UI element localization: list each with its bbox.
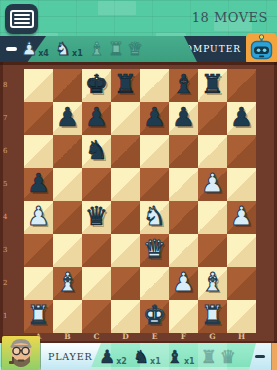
piece-black-pawn[interactable]: ♟ <box>227 102 256 135</box>
player-captured-pieces: ♟x2♞x1♝x1♜♛ <box>99 343 239 370</box>
square-a3[interactable] <box>24 234 53 267</box>
piece-black-pawn[interactable]: ♟ <box>82 102 111 135</box>
piece-black-pawn[interactable]: ♟ <box>169 102 198 135</box>
captured-count: x4 <box>38 49 49 58</box>
player-portrait-icon <box>2 336 40 370</box>
piece-black-pawn[interactable]: ♟ <box>140 102 169 135</box>
square-e7[interactable]: ♟ <box>140 102 169 135</box>
file-label-G: G <box>198 332 227 342</box>
queen-icon: ♛ <box>220 345 236 369</box>
computer-avatar <box>246 33 277 65</box>
square-c1[interactable] <box>82 300 111 333</box>
square-d4[interactable] <box>111 201 140 234</box>
rank-label-8: 8 <box>0 69 22 102</box>
square-b2[interactable]: ♝ <box>53 267 82 300</box>
square-b4[interactable] <box>53 201 82 234</box>
file-label-F: F <box>169 332 198 342</box>
player-bar: PLAYER ♟x2♞x1♝x1♜♛ <box>0 343 277 370</box>
square-g7[interactable] <box>198 102 227 135</box>
square-c8[interactable]: ♚ <box>82 69 111 102</box>
captured-queen-none: ♛ <box>220 345 236 369</box>
piece-white-rook[interactable]: ♜ <box>24 300 53 333</box>
piece-white-bishop[interactable]: ♝ <box>198 267 227 300</box>
square-h2[interactable] <box>227 267 256 300</box>
piece-white-bishop[interactable]: ♝ <box>53 267 82 300</box>
computer-collapse-button[interactable] <box>6 47 17 51</box>
pawn-icon: ♟ <box>21 37 37 61</box>
rank-label-3: 3 <box>0 234 22 267</box>
piece-white-pawn[interactable]: ♟ <box>227 201 256 234</box>
piece-white-pawn[interactable]: ♟ <box>198 168 227 201</box>
square-h1[interactable] <box>227 300 256 333</box>
rank-label-1: 1 <box>0 300 22 333</box>
piece-white-rook[interactable]: ♜ <box>198 300 227 333</box>
piece-white-pawn[interactable]: ♟ <box>169 267 198 300</box>
file-coordinates: ABCDEFGH <box>24 332 256 342</box>
square-h8[interactable] <box>227 69 256 102</box>
square-c4[interactable]: ♛ <box>82 201 111 234</box>
file-label-E: E <box>140 332 169 342</box>
rank-label-2: 2 <box>0 267 22 300</box>
square-b1[interactable] <box>53 300 82 333</box>
square-c5[interactable] <box>82 168 111 201</box>
square-b3[interactable] <box>53 234 82 267</box>
square-e6[interactable] <box>140 135 169 168</box>
square-g5[interactable]: ♟ <box>198 168 227 201</box>
move-counter: 18 MOVES <box>192 10 268 25</box>
square-b8[interactable] <box>53 69 82 102</box>
rank-coordinates: 87654321 <box>0 69 22 333</box>
queen-icon: ♛ <box>127 37 143 61</box>
square-a5[interactable]: ♟ <box>24 168 53 201</box>
square-c6[interactable]: ♞ <box>82 135 111 168</box>
square-f3[interactable] <box>169 234 198 267</box>
square-e5[interactable] <box>140 168 169 201</box>
square-a7[interactable] <box>24 102 53 135</box>
piece-black-rook[interactable]: ♜ <box>111 69 140 102</box>
square-e2[interactable] <box>140 267 169 300</box>
captured-bishop-none: ♝ <box>89 37 105 61</box>
captured-knight: ♞x1 <box>55 37 86 61</box>
square-f2[interactable]: ♟ <box>169 267 198 300</box>
piece-white-pawn[interactable]: ♟ <box>24 201 53 234</box>
square-f8[interactable]: ♝ <box>169 69 198 102</box>
square-d8[interactable]: ♜ <box>111 69 140 102</box>
piece-white-king[interactable]: ♚ <box>140 300 169 333</box>
chess-app: 18 MOVES ♟x4♞x1♝♜♛ COMPUTER 87654321 ♚♜♝… <box>0 0 277 370</box>
player-name-ribbon: PLAYER <box>41 343 101 370</box>
piece-black-queen[interactable]: ♛ <box>82 201 111 234</box>
player-collapse-button[interactable] <box>249 343 271 370</box>
square-d6[interactable] <box>111 135 140 168</box>
square-a2[interactable] <box>24 267 53 300</box>
rook-icon: ♜ <box>108 37 124 61</box>
captured-count: x1 <box>184 357 195 366</box>
square-a8[interactable] <box>24 69 53 102</box>
bishop-icon: ♝ <box>167 345 183 369</box>
square-d2[interactable] <box>111 267 140 300</box>
chess-board: ♚♜♝♜♟♟♟♟♟♞♟♟♟♛♞♟♛♝♟♝♜♚♜ <box>24 69 256 333</box>
square-g6[interactable] <box>198 135 227 168</box>
captured-pawn: ♟x2 <box>99 345 130 369</box>
square-f1[interactable] <box>169 300 198 333</box>
square-h4[interactable]: ♟ <box>227 201 256 234</box>
captured-queen-none: ♛ <box>127 37 143 61</box>
square-d3[interactable] <box>111 234 140 267</box>
captured-rook-none: ♜ <box>108 37 124 61</box>
file-label-B: B <box>53 332 82 342</box>
rank-label-6: 6 <box>0 135 22 168</box>
knight-icon: ♞ <box>133 345 149 369</box>
piece-black-pawn[interactable]: ♟ <box>24 168 53 201</box>
rook-icon: ♜ <box>201 345 217 369</box>
side-trim <box>271 343 277 370</box>
computer-captured-pieces: ♟x4♞x1♝♜♛ <box>21 36 146 62</box>
square-h3[interactable] <box>227 234 256 267</box>
square-h5[interactable] <box>227 168 256 201</box>
square-a1[interactable]: ♜ <box>24 300 53 333</box>
square-c2[interactable] <box>82 267 111 300</box>
player-avatar <box>2 336 40 370</box>
file-label-H: H <box>227 332 256 342</box>
square-e8[interactable] <box>140 69 169 102</box>
square-g8[interactable]: ♜ <box>198 69 227 102</box>
piece-white-knight[interactable]: ♞ <box>140 201 169 234</box>
captured-rook-none: ♜ <box>201 345 217 369</box>
square-d5[interactable] <box>111 168 140 201</box>
hamburger-icon <box>10 10 34 28</box>
square-a6[interactable] <box>24 135 53 168</box>
captured-knight: ♞x1 <box>133 345 164 369</box>
square-g1[interactable]: ♜ <box>198 300 227 333</box>
square-f4[interactable] <box>169 201 198 234</box>
square-g2[interactable]: ♝ <box>198 267 227 300</box>
file-label-C: C <box>82 332 111 342</box>
square-g4[interactable] <box>198 201 227 234</box>
square-f7[interactable]: ♟ <box>169 102 198 135</box>
piece-black-rook[interactable]: ♜ <box>198 69 227 102</box>
piece-black-pawn[interactable]: ♟ <box>53 102 82 135</box>
square-c7[interactable]: ♟ <box>82 102 111 135</box>
captured-pawn: ♟x4 <box>21 37 52 61</box>
square-b7[interactable]: ♟ <box>53 102 82 135</box>
square-h7[interactable]: ♟ <box>227 102 256 135</box>
captured-count: x1 <box>150 357 161 366</box>
rank-label-7: 7 <box>0 102 22 135</box>
square-e3[interactable]: ♛ <box>140 234 169 267</box>
square-d1[interactable] <box>111 300 140 333</box>
square-e1[interactable]: ♚ <box>140 300 169 333</box>
pawn-icon: ♟ <box>99 345 115 369</box>
bishop-icon: ♝ <box>89 37 105 61</box>
piece-black-knight[interactable]: ♞ <box>82 135 111 168</box>
rank-label-5: 5 <box>0 168 22 201</box>
brick-highlight <box>98 1 136 15</box>
captured-bishop: ♝x1 <box>167 345 198 369</box>
piece-white-queen[interactable]: ♛ <box>140 234 169 267</box>
square-c3[interactable] <box>82 234 111 267</box>
captured-count: x1 <box>72 49 83 58</box>
minus-icon <box>255 355 265 359</box>
square-f6[interactable] <box>169 135 198 168</box>
square-f5[interactable] <box>169 168 198 201</box>
board-frame: 87654321 ♚♜♝♜♟♟♟♟♟♞♟♟♟♛♞♟♛♝♟♝♜♚♜ ABCDEFG… <box>0 62 277 343</box>
square-b5[interactable] <box>53 168 82 201</box>
knight-icon: ♞ <box>55 37 71 61</box>
piece-black-king[interactable]: ♚ <box>82 69 111 102</box>
square-a4[interactable]: ♟ <box>24 201 53 234</box>
square-h6[interactable] <box>227 135 256 168</box>
square-d7[interactable] <box>111 102 140 135</box>
square-g3[interactable] <box>198 234 227 267</box>
square-e4[interactable]: ♞ <box>140 201 169 234</box>
file-label-D: D <box>111 332 140 342</box>
menu-button[interactable] <box>5 4 38 34</box>
rank-label-4: 4 <box>0 201 22 234</box>
square-b6[interactable] <box>53 135 82 168</box>
player-label: PLAYER <box>41 351 92 362</box>
robot-icon <box>246 33 277 65</box>
piece-black-bishop[interactable]: ♝ <box>169 69 198 102</box>
captured-count: x2 <box>116 357 127 366</box>
computer-bar: ♟x4♞x1♝♜♛ COMPUTER <box>0 36 277 62</box>
